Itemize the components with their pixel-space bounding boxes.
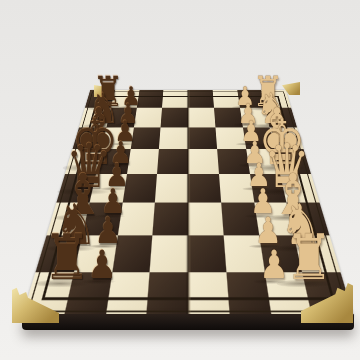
chess-board	[22, 90, 354, 317]
chess-set-photo: ♜♟♟♜♞♟♟♞♝♟♟♝♚♟♟♚♛♟♟♛♝♟♟♝♞♟♟♞♜♟♟♜	[0, 0, 360, 360]
